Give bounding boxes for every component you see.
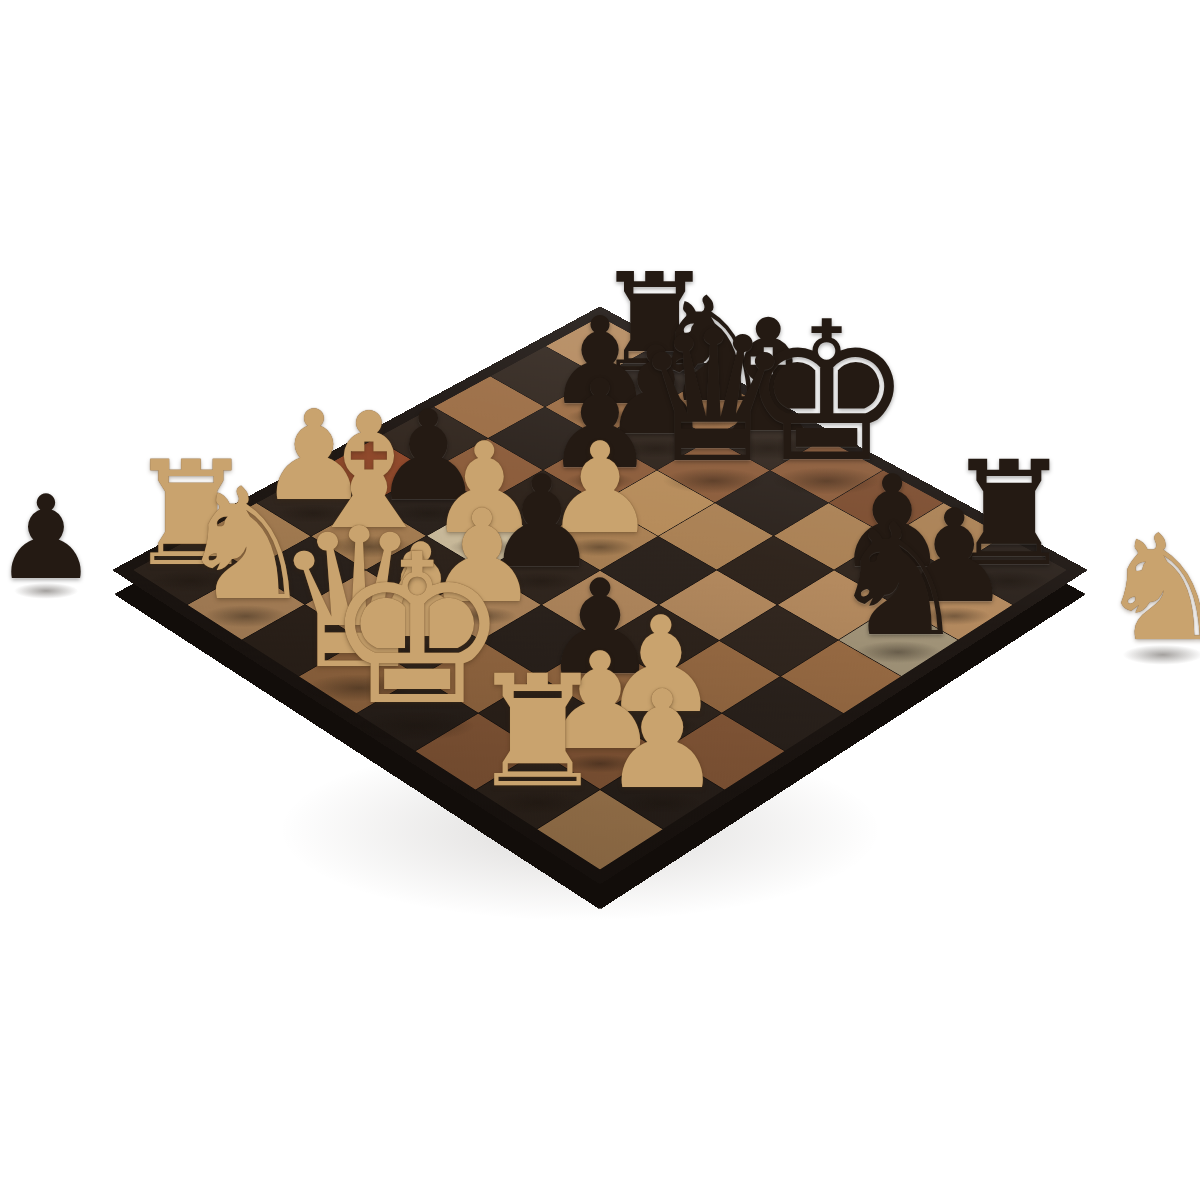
captured-white-knight[interactable]: ♞ (1098, 515, 1200, 661)
captured-black-pawn[interactable]: ♟ (0, 480, 98, 596)
product-photo-stage: ♜♞♝♚♜♟♟♛♟♟♟♞♟♟♟♟♟♝♟♟♟♟♟♟♜♞♛♚♜♟♞ (0, 0, 1200, 1200)
black-knight-h6[interactable]: ♞ (829, 502, 969, 658)
white-pawn-h2[interactable]: ♟ (602, 673, 723, 809)
black-queen-d7[interactable]: ♛ (632, 307, 795, 488)
white-rook-g1[interactable]: ♜ (469, 655, 607, 809)
